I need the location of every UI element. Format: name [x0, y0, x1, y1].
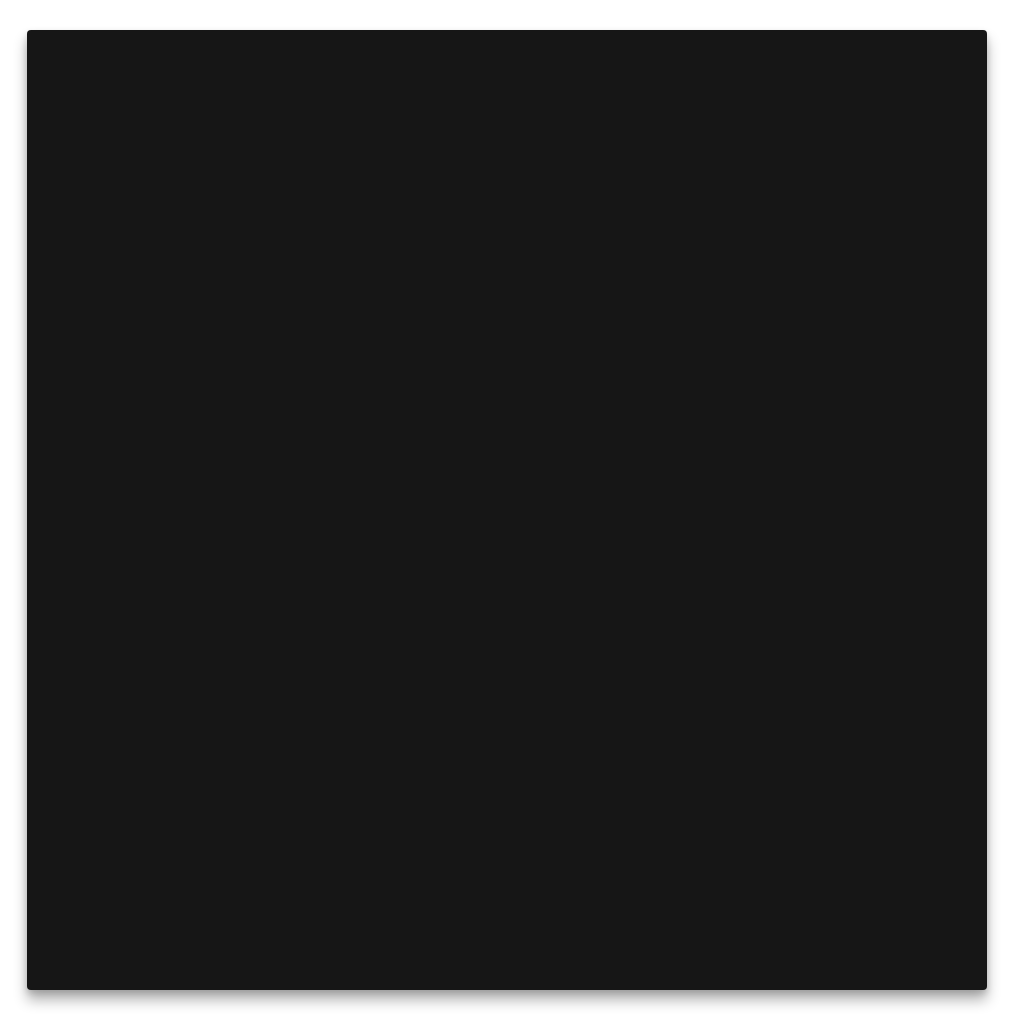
- page: [0, 0, 1013, 1035]
- chess-board[interactable]: [27, 30, 987, 990]
